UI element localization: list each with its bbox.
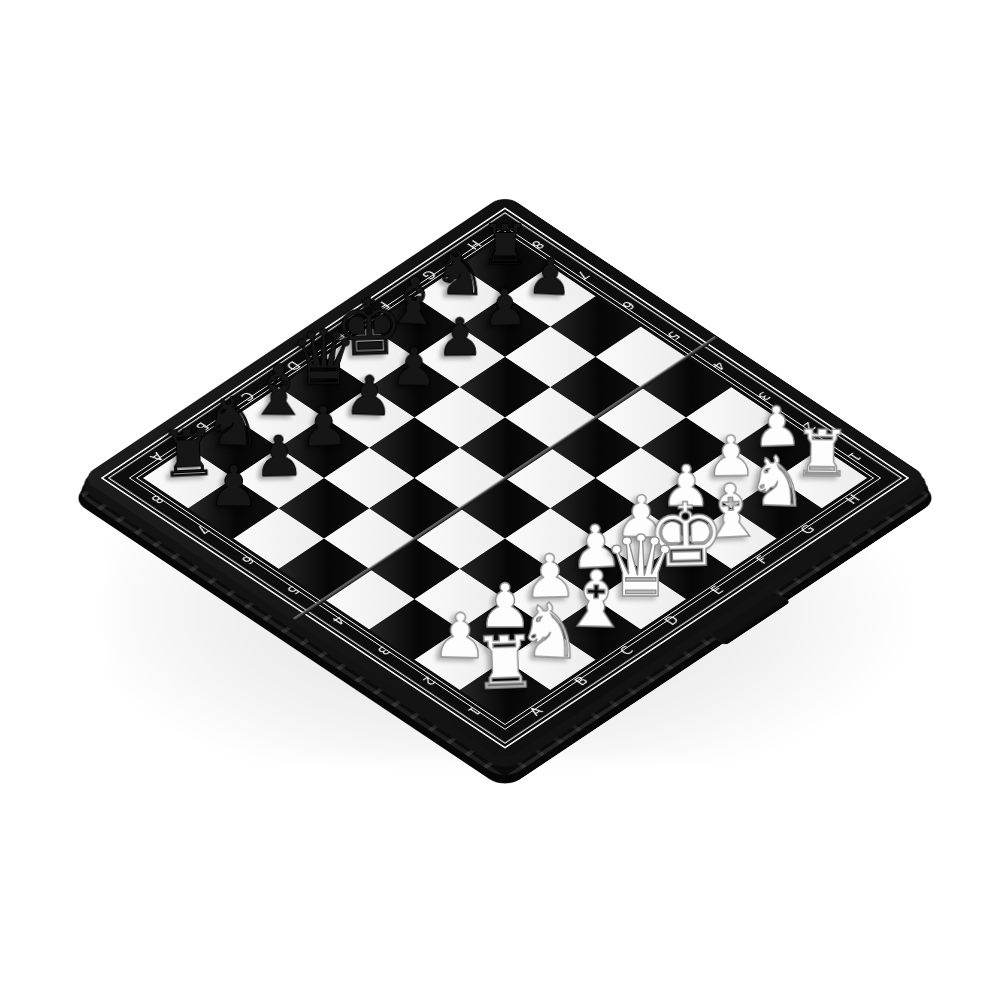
piece-black-pawn[interactable]: ♟ bbox=[436, 311, 483, 364]
piece-black-pawn[interactable]: ♟ bbox=[344, 369, 394, 425]
piece-black-pawn[interactable]: ♟ bbox=[253, 428, 305, 485]
piece-black-pawn[interactable]: ♟ bbox=[481, 281, 529, 334]
piece-black-pawn[interactable]: ♟ bbox=[527, 251, 574, 303]
piece-black-pawn[interactable]: ♟ bbox=[208, 458, 259, 515]
product-photo-scene: ABCDEFGH8877665544332211ABCDEFGH ♜♞♟♝♟♚♟… bbox=[0, 0, 1002, 1002]
piece-white-rook[interactable]: ♜ bbox=[471, 625, 538, 699]
piece-black-pawn[interactable]: ♟ bbox=[298, 398, 350, 455]
piece-black-pawn[interactable]: ♟ bbox=[390, 340, 438, 394]
